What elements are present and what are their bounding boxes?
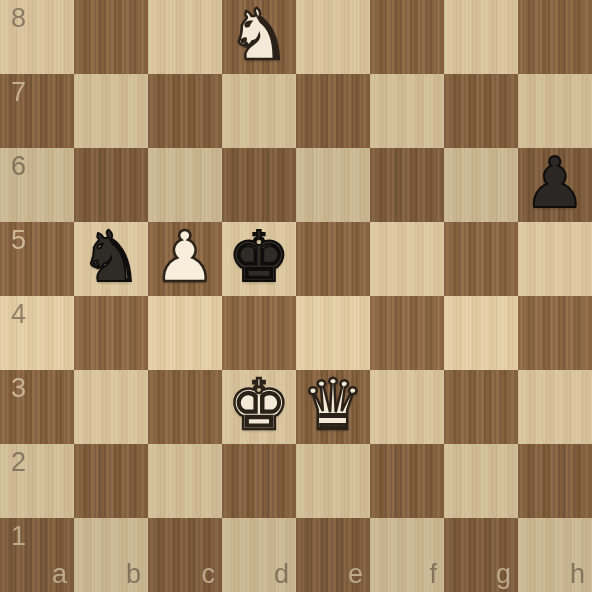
square-c8[interactable] <box>148 0 222 74</box>
square-b4[interactable] <box>74 296 148 370</box>
square-h5[interactable] <box>518 222 592 296</box>
square-g1[interactable]: g <box>444 518 518 592</box>
rank-label-7: 7 <box>11 79 26 106</box>
square-c1[interactable]: c <box>148 518 222 592</box>
square-c5[interactable]: ♟ <box>148 222 222 296</box>
square-e6[interactable] <box>296 148 370 222</box>
piece-white-pawn-c5[interactable]: ♟ <box>154 222 217 294</box>
square-e5[interactable] <box>296 222 370 296</box>
square-c2[interactable] <box>148 444 222 518</box>
square-c6[interactable] <box>148 148 222 222</box>
square-e7[interactable] <box>296 74 370 148</box>
piece-white-queen-e3[interactable]: ♛ <box>302 370 365 442</box>
rank-label-5: 5 <box>11 227 26 254</box>
square-d7[interactable] <box>222 74 296 148</box>
square-e4[interactable] <box>296 296 370 370</box>
square-d2[interactable] <box>222 444 296 518</box>
square-a5[interactable]: 5 <box>0 222 74 296</box>
file-label-c: c <box>202 561 216 588</box>
file-label-g: g <box>496 561 511 588</box>
square-d6[interactable] <box>222 148 296 222</box>
square-d8[interactable]: ♞ <box>222 0 296 74</box>
rank-label-4: 4 <box>11 301 26 328</box>
piece-black-pawn-h6[interactable]: ♟ <box>524 148 587 220</box>
square-b5[interactable]: ♞ <box>74 222 148 296</box>
square-b3[interactable] <box>74 370 148 444</box>
square-f8[interactable] <box>370 0 444 74</box>
square-e3[interactable]: ♛ <box>296 370 370 444</box>
square-a6[interactable]: 6 <box>0 148 74 222</box>
square-h1[interactable]: h <box>518 518 592 592</box>
square-h7[interactable] <box>518 74 592 148</box>
square-f2[interactable] <box>370 444 444 518</box>
rank-label-8: 8 <box>11 5 26 32</box>
file-label-b: b <box>126 561 141 588</box>
rank-label-3: 3 <box>11 375 26 402</box>
square-f3[interactable] <box>370 370 444 444</box>
square-a7[interactable]: 7 <box>0 74 74 148</box>
square-g6[interactable] <box>444 148 518 222</box>
square-g8[interactable] <box>444 0 518 74</box>
rank-label-6: 6 <box>11 153 26 180</box>
file-label-d: d <box>274 561 289 588</box>
square-h2[interactable] <box>518 444 592 518</box>
square-e2[interactable] <box>296 444 370 518</box>
square-b6[interactable] <box>74 148 148 222</box>
square-g5[interactable] <box>444 222 518 296</box>
piece-black-king-d5[interactable]: ♚ <box>228 222 291 294</box>
square-e8[interactable] <box>296 0 370 74</box>
square-g3[interactable] <box>444 370 518 444</box>
square-b7[interactable] <box>74 74 148 148</box>
rank-label-1: 1 <box>11 523 26 550</box>
square-c7[interactable] <box>148 74 222 148</box>
square-h8[interactable] <box>518 0 592 74</box>
chess-board: 8♞76♟5♞♟♚43♚♛21abcdefgh <box>0 0 592 592</box>
square-f5[interactable] <box>370 222 444 296</box>
file-label-f: f <box>429 561 437 588</box>
square-g2[interactable] <box>444 444 518 518</box>
square-d5[interactable]: ♚ <box>222 222 296 296</box>
square-a8[interactable]: 8 <box>0 0 74 74</box>
square-g7[interactable] <box>444 74 518 148</box>
square-b8[interactable] <box>74 0 148 74</box>
square-c4[interactable] <box>148 296 222 370</box>
square-f1[interactable]: f <box>370 518 444 592</box>
square-a4[interactable]: 4 <box>0 296 74 370</box>
square-g4[interactable] <box>444 296 518 370</box>
square-d3[interactable]: ♚ <box>222 370 296 444</box>
square-a2[interactable]: 2 <box>0 444 74 518</box>
piece-black-knight-b5[interactable]: ♞ <box>80 222 143 294</box>
file-label-e: e <box>348 561 363 588</box>
square-e1[interactable]: e <box>296 518 370 592</box>
square-a3[interactable]: 3 <box>0 370 74 444</box>
piece-white-knight-d8[interactable]: ♞ <box>228 0 291 72</box>
square-f6[interactable] <box>370 148 444 222</box>
square-f7[interactable] <box>370 74 444 148</box>
file-label-a: a <box>52 561 67 588</box>
square-b1[interactable]: b <box>74 518 148 592</box>
piece-white-king-d3[interactable]: ♚ <box>228 370 291 442</box>
square-h3[interactable] <box>518 370 592 444</box>
square-f4[interactable] <box>370 296 444 370</box>
square-d4[interactable] <box>222 296 296 370</box>
rank-label-2: 2 <box>11 449 26 476</box>
square-d1[interactable]: d <box>222 518 296 592</box>
square-h4[interactable] <box>518 296 592 370</box>
square-c3[interactable] <box>148 370 222 444</box>
chess-board-container: 8♞76♟5♞♟♚43♚♛21abcdefgh <box>0 0 592 592</box>
square-b2[interactable] <box>74 444 148 518</box>
square-a1[interactable]: 1a <box>0 518 74 592</box>
file-label-h: h <box>570 561 585 588</box>
square-h6[interactable]: ♟ <box>518 148 592 222</box>
